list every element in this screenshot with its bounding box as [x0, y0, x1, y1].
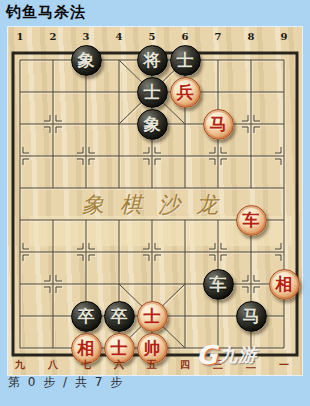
- piece-glyph-red-advisor[interactable]: 士: [137, 301, 168, 332]
- piece-black-soldier[interactable]: 卒: [103, 300, 136, 332]
- file-label: 5: [136, 31, 169, 42]
- file-label: 六: [103, 358, 136, 372]
- file-labels-top: 123456789: [4, 31, 301, 42]
- file-label: 9: [268, 31, 301, 42]
- file-label: 4: [103, 31, 136, 42]
- piece-glyph-black-elephant[interactable]: 象: [137, 109, 168, 140]
- file-label: 7: [202, 31, 235, 42]
- piece-black-elephant[interactable]: 象: [136, 108, 169, 140]
- piece-glyph-red-horse[interactable]: 马: [203, 109, 234, 140]
- piece-red-soldier[interactable]: 兵: [169, 76, 202, 108]
- piece-glyph-black-soldier[interactable]: 卒: [104, 301, 135, 332]
- piece-black-general[interactable]: 将: [136, 44, 169, 76]
- file-label: 3: [70, 31, 103, 42]
- file-label: 九: [4, 358, 37, 372]
- piece-glyph-red-elephant[interactable]: 相: [269, 269, 300, 300]
- piece-black-advisor[interactable]: 士: [169, 44, 202, 76]
- pieces-layer[interactable]: 象将士士兵象马车车相卒卒士马相士帅: [4, 44, 301, 364]
- file-label: 七: [70, 358, 103, 372]
- piece-glyph-black-elephant[interactable]: 象: [71, 45, 102, 76]
- piece-glyph-black-chariot[interactable]: 车: [203, 269, 234, 300]
- xiangqi-app: 钓鱼马杀法 123456789 象棋沙龙 象将士士兵象马车车相卒卒士马相士帅 九…: [0, 0, 310, 406]
- file-label: 2: [37, 31, 70, 42]
- file-label: 6: [169, 31, 202, 42]
- file-label: 八: [37, 358, 70, 372]
- piece-black-elephant[interactable]: 象: [70, 44, 103, 76]
- jiuyou-logo: G 九游: [196, 340, 286, 370]
- piece-black-soldier[interactable]: 卒: [70, 300, 103, 332]
- move-counter: 第 0 步 / 共 7 步: [8, 374, 124, 391]
- piece-red-horse[interactable]: 马: [202, 108, 235, 140]
- file-label: 8: [235, 31, 268, 42]
- piece-red-chariot[interactable]: 车: [235, 204, 268, 236]
- jiuyou-logo-text: 九游: [219, 343, 257, 367]
- piece-glyph-red-chariot[interactable]: 车: [236, 205, 267, 236]
- jiuyou-g-icon: G: [196, 342, 217, 368]
- piece-black-advisor[interactable]: 士: [136, 76, 169, 108]
- piece-glyph-black-general[interactable]: 将: [137, 45, 168, 76]
- piece-glyph-black-advisor[interactable]: 士: [137, 77, 168, 108]
- piece-glyph-black-advisor[interactable]: 士: [170, 45, 201, 76]
- file-label: 1: [4, 31, 37, 42]
- page-title: 钓鱼马杀法: [6, 3, 86, 22]
- piece-glyph-red-soldier[interactable]: 兵: [170, 77, 201, 108]
- piece-black-chariot[interactable]: 车: [202, 268, 235, 300]
- piece-glyph-black-soldier[interactable]: 卒: [71, 301, 102, 332]
- piece-red-advisor[interactable]: 士: [136, 300, 169, 332]
- piece-glyph-black-horse[interactable]: 马: [236, 301, 267, 332]
- file-label: 五: [136, 358, 169, 372]
- piece-black-horse[interactable]: 马: [235, 300, 268, 332]
- piece-red-elephant[interactable]: 相: [268, 268, 301, 300]
